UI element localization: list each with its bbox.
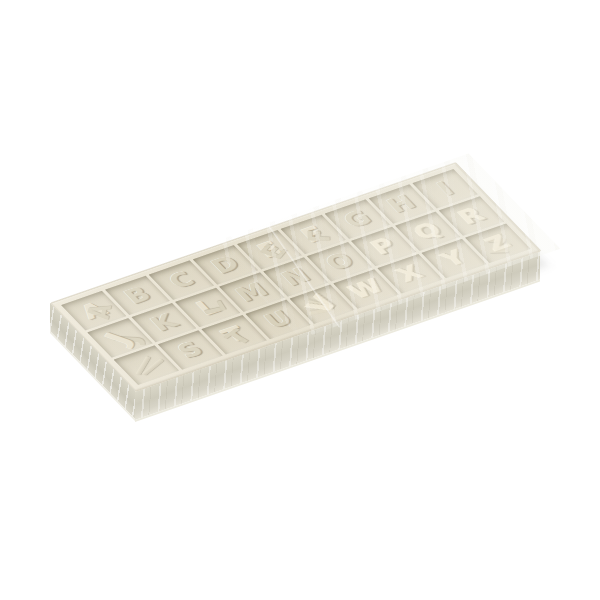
letter-X: X [392,262,427,285]
letter-E-stacked: E [256,241,292,262]
letter-I-stacked: I [433,179,458,199]
letter-W: W [344,276,388,302]
letter-B-stacked: B [120,284,155,307]
letter-J: J [100,330,136,347]
letter-O-stacked: O [321,250,358,274]
letter-T-stacked: T [220,327,256,349]
letter-D-stacked: D [207,253,244,277]
letter-U-stacked: U [260,308,296,332]
letter-C-stacked: C [164,269,198,292]
letter-Q: Q [409,219,446,243]
letter-M-stacked: M [231,280,272,305]
product-photo-scene: AABBCCDDEEFFGGHHIIJJKKLLMMNNOOPPQQRRSSTT… [0,0,600,600]
letter-N-stacked: N [277,265,314,289]
letter-F-stacked: F [304,229,335,242]
letter-P: P [366,235,400,258]
letter-Z: Z [481,232,515,255]
letter-S-stacked: S [173,339,207,362]
letter-Y: Y [437,247,471,270]
letter-H-stacked: H [383,192,420,216]
letter-K-stacked: K [146,311,181,334]
letter-R: R [454,204,489,227]
letter-G-stacked: G [339,207,376,231]
